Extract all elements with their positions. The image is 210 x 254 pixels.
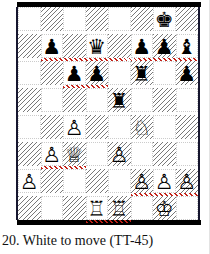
black-pawn-piece: ♟	[177, 63, 196, 85]
spellcheck-squiggle	[41, 58, 199, 61]
square-h6: ♟	[176, 61, 199, 85]
square-b7: ♟	[41, 34, 64, 58]
square-c3: ♕	[63, 142, 86, 166]
square-b2	[41, 169, 64, 193]
spellcheck-squiggle	[41, 166, 86, 169]
white-pawn-piece: ♙	[110, 144, 129, 166]
black-pawn-piece: ♟	[65, 63, 84, 85]
square-d1: ♖	[86, 196, 109, 220]
square-f3	[131, 142, 154, 166]
square-d6: ♟	[86, 61, 109, 85]
spellcheck-squiggle	[63, 85, 108, 88]
chess-diagram-page: ♚♟♛♟♟♝♟♟♜♟♜♙♘♙♕♙♙♙♙♙♖♖♔ 20. White to mov…	[0, 0, 210, 254]
square-c6: ♟	[63, 61, 86, 85]
black-king-piece: ♚	[155, 9, 174, 31]
square-b8	[41, 7, 64, 31]
square-h3	[176, 142, 199, 166]
square-b6	[41, 61, 64, 85]
square-a5	[18, 88, 41, 112]
spellcheck-squiggle	[131, 193, 199, 196]
square-c1	[63, 196, 86, 220]
black-pawn-piece: ♟	[87, 63, 106, 85]
board-body: ♚♟♛♟♟♝♟♟♜♟♜♙♘♙♕♙♙♙♙♙♖♖♔	[16, 7, 200, 220]
square-e5: ♜	[108, 88, 131, 112]
square-d5	[86, 88, 109, 112]
square-e4	[108, 115, 131, 139]
square-a1	[18, 196, 41, 220]
square-a6	[18, 61, 41, 85]
white-pawn-piece: ♙	[20, 171, 39, 193]
square-c4: ♙	[63, 115, 86, 139]
square-h2: ♙	[176, 169, 199, 193]
square-d7: ♛	[86, 34, 109, 58]
white-king-piece: ♔	[155, 198, 174, 220]
square-g2: ♙	[153, 169, 176, 193]
square-b5	[41, 88, 64, 112]
square-e1: ♖	[108, 196, 131, 220]
square-h5	[176, 88, 199, 112]
white-pawn-piece: ♙	[177, 171, 196, 193]
white-rook-piece: ♖	[110, 198, 129, 220]
black-pawn-piece: ♟	[132, 36, 151, 58]
square-c2	[63, 169, 86, 193]
square-h4	[176, 115, 199, 139]
chess-board: ♚♟♛♟♟♝♟♟♜♟♜♙♘♙♕♙♙♙♙♙♖♖♔	[18, 7, 198, 220]
square-e2	[108, 169, 131, 193]
square-d2	[86, 169, 109, 193]
square-f2: ♙	[131, 169, 154, 193]
square-d8	[86, 7, 109, 31]
square-c7	[63, 34, 86, 58]
square-b3: ♙	[41, 142, 64, 166]
black-rook-piece: ♜	[110, 90, 129, 112]
square-h7: ♝	[176, 34, 199, 58]
square-d4	[86, 115, 109, 139]
square-e7	[108, 34, 131, 58]
white-pawn-piece: ♙	[65, 117, 84, 139]
square-g3	[153, 142, 176, 166]
square-e8	[108, 7, 131, 31]
square-a7	[18, 34, 41, 58]
square-a4	[18, 115, 41, 139]
square-e3: ♙	[108, 142, 131, 166]
diagram-caption: 20. White to move (TT-45)	[2, 233, 153, 249]
square-f8	[131, 7, 154, 31]
black-pawn-piece: ♟	[42, 36, 61, 58]
square-g6	[153, 61, 176, 85]
white-pawn-piece: ♙	[42, 144, 61, 166]
black-pawn-piece: ♟	[155, 36, 174, 58]
chess-board-frame: ♚♟♛♟♟♝♟♟♜♟♜♙♘♙♕♙♙♙♙♙♖♖♔	[17, 2, 201, 225]
square-b4	[41, 115, 64, 139]
white-pawn-piece: ♙	[132, 171, 151, 193]
square-a8	[18, 7, 41, 31]
white-queen-piece: ♕	[65, 144, 84, 166]
white-pawn-piece: ♙	[155, 171, 174, 193]
spellcheck-squiggle	[86, 220, 131, 223]
square-a2: ♙	[18, 169, 41, 193]
square-f1	[131, 196, 154, 220]
square-g8: ♚	[153, 7, 176, 31]
square-f5	[131, 88, 154, 112]
square-g7: ♟	[153, 34, 176, 58]
square-f6: ♜	[131, 61, 154, 85]
black-rook-piece: ♜	[132, 63, 151, 85]
square-g1: ♔	[153, 196, 176, 220]
square-f4: ♘	[131, 115, 154, 139]
square-a3	[18, 142, 41, 166]
white-knight-piece: ♘	[132, 117, 151, 139]
square-g4	[153, 115, 176, 139]
square-h8	[176, 7, 199, 31]
square-e6	[108, 61, 131, 85]
black-queen-piece: ♛	[87, 36, 106, 58]
square-b1	[41, 196, 64, 220]
square-c5	[63, 88, 86, 112]
square-d3	[86, 142, 109, 166]
square-g5	[153, 88, 176, 112]
square-f7: ♟	[131, 34, 154, 58]
square-h1	[176, 196, 199, 220]
square-c8	[63, 7, 86, 31]
white-rook-piece: ♖	[87, 198, 106, 220]
black-bishop-piece: ♝	[177, 36, 196, 58]
